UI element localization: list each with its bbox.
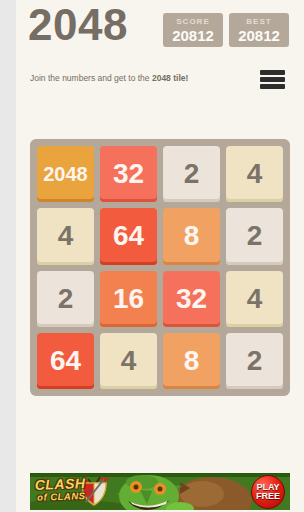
menu-icon[interactable] (260, 70, 285, 89)
cta-line2: FREE (256, 492, 280, 501)
logo-line2: of CLANS (37, 489, 86, 504)
ad-banner[interactable]: CLASH of CLANS PLAY FREE (30, 473, 290, 510)
page-title: 2048 (28, 2, 128, 48)
tile-2: 2 (226, 208, 283, 264)
best-value: 20812 (238, 27, 280, 44)
best-label: BEST (246, 17, 271, 26)
tile-8: 8 (163, 333, 220, 389)
score-label: SCORE (176, 17, 209, 26)
tile-2048: 2048 (37, 146, 94, 202)
tile-64: 64 (100, 208, 157, 264)
score-box: SCORE 20812 (163, 13, 223, 47)
score-value: 20812 (172, 27, 214, 44)
play-free-button[interactable]: PLAY FREE (251, 475, 285, 509)
tile-4: 4 (100, 333, 157, 389)
tile-2: 2 (37, 271, 94, 327)
subtitle: Join the numbers and get to the 2048 til… (30, 73, 240, 84)
tile-2: 2 (226, 333, 283, 389)
tile-4: 4 (226, 146, 283, 202)
score-panel: SCORE 20812 BEST 20812 (163, 13, 289, 47)
best-box: BEST 20812 (229, 13, 289, 47)
tile-16: 16 (100, 271, 157, 327)
board[interactable]: 204832244648221632464482 (30, 139, 290, 396)
tile-64: 64 (37, 333, 94, 389)
tile-2: 2 (163, 146, 220, 202)
subtitle-text: Join the numbers and get to the (30, 73, 152, 83)
tile-32: 32 (100, 146, 157, 202)
menu-bar (260, 84, 285, 89)
tile-32: 32 (163, 271, 220, 327)
tile-4: 4 (226, 271, 283, 327)
tile-8: 8 (163, 208, 220, 264)
clash-of-clans-logo: CLASH of CLANS (35, 477, 87, 504)
app-screen: 2048 SCORE 20812 BEST 20812 Join the num… (16, 0, 304, 512)
subtitle-goal: 2048 tile! (152, 73, 188, 83)
menu-bar (260, 77, 285, 82)
menu-bar (260, 70, 285, 75)
tile-4: 4 (37, 208, 94, 264)
